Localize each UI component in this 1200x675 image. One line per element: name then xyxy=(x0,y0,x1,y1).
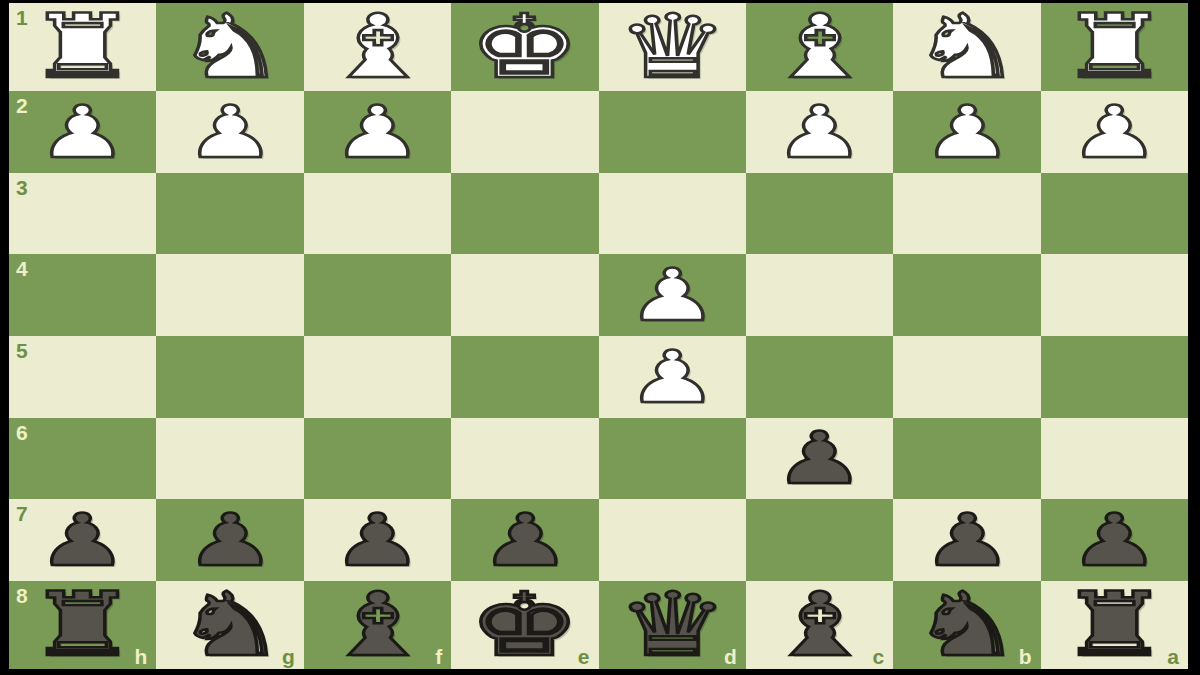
square-f2[interactable]: ♟ xyxy=(304,91,451,173)
square-d4[interactable]: ♟ xyxy=(599,254,746,336)
square-e8[interactable]: e♚ xyxy=(451,581,598,669)
file-label-g: g xyxy=(282,646,295,667)
file-label-a: a xyxy=(1167,646,1179,667)
white-knight-icon: ♞ xyxy=(911,3,1023,91)
square-a7[interactable]: ♟ xyxy=(1041,499,1188,581)
white-pawn-icon: ♟ xyxy=(774,96,866,168)
square-d3[interactable] xyxy=(599,173,746,255)
square-a3[interactable] xyxy=(1041,173,1188,255)
chess-board: 1♜♞♝♚♛♝♞♜2♟♟♟♟♟♟34♟5♟6♟7♟♟♟♟♟♟8h♜g♞f♝e♚d… xyxy=(9,3,1188,669)
square-e1[interactable]: ♚ xyxy=(451,3,598,91)
white-pawn-icon: ♟ xyxy=(1068,96,1160,168)
file-label-d: d xyxy=(724,646,737,667)
square-h2[interactable]: 2♟ xyxy=(9,91,156,173)
white-bishop-icon: ♝ xyxy=(764,3,876,91)
white-pawn-icon: ♟ xyxy=(184,96,276,168)
rank-label-5: 5 xyxy=(16,340,28,361)
square-c5[interactable] xyxy=(746,336,893,418)
square-h6[interactable]: 6 xyxy=(9,418,156,500)
black-pawn-icon: ♟ xyxy=(37,504,129,576)
file-label-f: f xyxy=(435,646,442,667)
square-b4[interactable] xyxy=(893,254,1040,336)
white-pawn-icon: ♟ xyxy=(626,341,718,413)
file-label-e: e xyxy=(578,646,590,667)
square-b1[interactable]: ♞ xyxy=(893,3,1040,91)
black-pawn-icon: ♟ xyxy=(332,504,424,576)
square-b5[interactable] xyxy=(893,336,1040,418)
square-e6[interactable] xyxy=(451,418,598,500)
square-f1[interactable]: ♝ xyxy=(304,3,451,91)
square-b2[interactable]: ♟ xyxy=(893,91,1040,173)
square-e3[interactable] xyxy=(451,173,598,255)
white-rook-icon: ♜ xyxy=(1058,3,1170,91)
white-pawn-icon: ♟ xyxy=(332,96,424,168)
black-pawn-icon: ♟ xyxy=(921,504,1013,576)
square-d2[interactable] xyxy=(599,91,746,173)
black-pawn-icon: ♟ xyxy=(184,504,276,576)
rank-label-7: 7 xyxy=(16,503,28,524)
square-h7[interactable]: 7♟ xyxy=(9,499,156,581)
white-rook-icon: ♜ xyxy=(27,3,139,91)
square-g8[interactable]: g♞ xyxy=(156,581,303,669)
square-d5[interactable]: ♟ xyxy=(599,336,746,418)
rank-label-4: 4 xyxy=(16,258,28,279)
square-a4[interactable] xyxy=(1041,254,1188,336)
square-c7[interactable] xyxy=(746,499,893,581)
rank-label-3: 3 xyxy=(16,177,28,198)
square-f6[interactable] xyxy=(304,418,451,500)
square-e4[interactable] xyxy=(451,254,598,336)
square-b7[interactable]: ♟ xyxy=(893,499,1040,581)
white-pawn-icon: ♟ xyxy=(921,96,1013,168)
square-g4[interactable] xyxy=(156,254,303,336)
black-knight-icon: ♞ xyxy=(174,581,286,669)
black-rook-icon: ♜ xyxy=(1058,581,1170,669)
square-d7[interactable] xyxy=(599,499,746,581)
square-g6[interactable] xyxy=(156,418,303,500)
square-c1[interactable]: ♝ xyxy=(746,3,893,91)
rank-label-8: 8 xyxy=(16,585,28,606)
white-pawn-icon: ♟ xyxy=(626,259,718,331)
black-pawn-icon: ♟ xyxy=(774,422,866,494)
square-a1[interactable]: ♜ xyxy=(1041,3,1188,91)
square-c3[interactable] xyxy=(746,173,893,255)
black-queen-icon: ♛ xyxy=(616,581,728,669)
square-b3[interactable] xyxy=(893,173,1040,255)
square-f7[interactable]: ♟ xyxy=(304,499,451,581)
square-h5[interactable]: 5 xyxy=(9,336,156,418)
square-a8[interactable]: a♜ xyxy=(1041,581,1188,669)
black-pawn-icon: ♟ xyxy=(479,504,571,576)
file-label-c: c xyxy=(873,646,885,667)
square-g2[interactable]: ♟ xyxy=(156,91,303,173)
square-g7[interactable]: ♟ xyxy=(156,499,303,581)
square-b6[interactable] xyxy=(893,418,1040,500)
square-f5[interactable] xyxy=(304,336,451,418)
square-g3[interactable] xyxy=(156,173,303,255)
square-f8[interactable]: f♝ xyxy=(304,581,451,669)
black-pawn-icon: ♟ xyxy=(1068,504,1160,576)
square-f4[interactable] xyxy=(304,254,451,336)
white-king-icon: ♚ xyxy=(469,3,581,91)
rank-label-1: 1 xyxy=(16,7,28,28)
square-a2[interactable]: ♟ xyxy=(1041,91,1188,173)
square-e5[interactable] xyxy=(451,336,598,418)
square-h8[interactable]: 8h♜ xyxy=(9,581,156,669)
square-c6[interactable]: ♟ xyxy=(746,418,893,500)
square-f3[interactable] xyxy=(304,173,451,255)
rank-label-2: 2 xyxy=(16,95,28,116)
square-g1[interactable]: ♞ xyxy=(156,3,303,91)
square-c8[interactable]: c♝ xyxy=(746,581,893,669)
white-bishop-icon: ♝ xyxy=(321,3,433,91)
square-a6[interactable] xyxy=(1041,418,1188,500)
square-d6[interactable] xyxy=(599,418,746,500)
square-a5[interactable] xyxy=(1041,336,1188,418)
white-pawn-icon: ♟ xyxy=(37,96,129,168)
black-bishop-icon: ♝ xyxy=(321,581,433,669)
black-king-icon: ♚ xyxy=(469,581,581,669)
square-e7[interactable]: ♟ xyxy=(451,499,598,581)
file-label-b: b xyxy=(1019,646,1032,667)
square-h1[interactable]: 1♜ xyxy=(9,3,156,91)
black-rook-icon: ♜ xyxy=(27,581,139,669)
square-b8[interactable]: b♞ xyxy=(893,581,1040,669)
square-h3[interactable]: 3 xyxy=(9,173,156,255)
black-knight-icon: ♞ xyxy=(911,581,1023,669)
white-knight-icon: ♞ xyxy=(174,3,286,91)
square-e2[interactable] xyxy=(451,91,598,173)
black-bishop-icon: ♝ xyxy=(764,581,876,669)
rank-label-6: 6 xyxy=(16,422,28,443)
square-g5[interactable] xyxy=(156,336,303,418)
square-c2[interactable]: ♟ xyxy=(746,91,893,173)
white-queen-icon: ♛ xyxy=(616,3,728,91)
file-label-h: h xyxy=(135,646,148,667)
square-d8[interactable]: d♛ xyxy=(599,581,746,669)
square-h4[interactable]: 4 xyxy=(9,254,156,336)
square-d1[interactable]: ♛ xyxy=(599,3,746,91)
square-c4[interactable] xyxy=(746,254,893,336)
